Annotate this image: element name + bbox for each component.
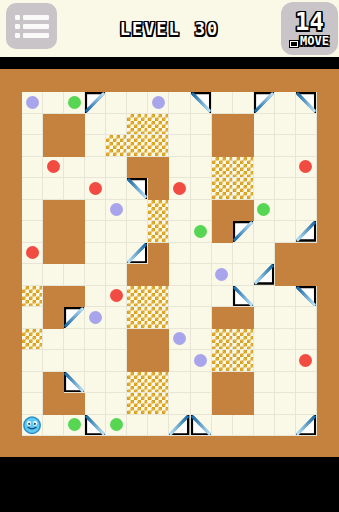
empty-cell (275, 200, 296, 222)
wall-block (43, 221, 64, 243)
wall-block (64, 114, 85, 136)
empty-cell (106, 350, 127, 372)
empty-cell (233, 243, 254, 265)
empty-cell (22, 372, 43, 394)
red-dot (296, 157, 317, 179)
ramp-triangle-ne (191, 92, 212, 114)
empty-cell (85, 200, 106, 222)
empty-cell (275, 286, 296, 308)
ramp-triangle-ne (296, 92, 317, 114)
gold-checker-tile (127, 307, 148, 329)
empty-cell (43, 415, 64, 437)
empty-cell (85, 286, 106, 308)
gold-checker-tile (148, 114, 169, 136)
gold-checker-tile (233, 157, 254, 179)
empty-cell (275, 114, 296, 136)
empty-cell (22, 135, 43, 157)
ramp-triangle-nw (233, 221, 254, 243)
red-dot (169, 178, 190, 200)
ramp-triangle-sw (233, 286, 254, 308)
empty-cell (254, 157, 275, 179)
empty-cell (233, 415, 254, 437)
purple-dot (22, 92, 43, 114)
empty-cell (106, 264, 127, 286)
wall-block (233, 393, 254, 415)
gold-checker-tile (148, 135, 169, 157)
empty-cell (127, 200, 148, 222)
empty-cell (212, 92, 233, 114)
empty-cell (43, 264, 64, 286)
empty-cell (22, 307, 43, 329)
empty-cell (191, 135, 212, 157)
green-dot (64, 92, 85, 114)
green-dot (191, 221, 212, 243)
ramp-triangle-ne (127, 178, 148, 200)
empty-cell (191, 307, 212, 329)
empty-cell (106, 307, 127, 329)
empty-cell (254, 243, 275, 265)
wall-block (212, 200, 233, 222)
empty-cell (296, 135, 317, 157)
empty-cell (254, 135, 275, 157)
board-backdrop (0, 69, 339, 457)
purple-dot (152, 96, 165, 109)
purple-dot (173, 332, 186, 345)
empty-cell (212, 243, 233, 265)
red-dot (26, 246, 39, 259)
empty-cell (275, 372, 296, 394)
empty-cell (275, 350, 296, 372)
ramp-triangle-nw (64, 307, 85, 329)
empty-cell (22, 264, 43, 286)
gold-checker-tile (233, 329, 254, 351)
empty-cell (254, 286, 275, 308)
wall-block (43, 114, 64, 136)
empty-cell (106, 243, 127, 265)
wall-block (43, 243, 64, 265)
wall-block (64, 135, 85, 157)
empty-cell (22, 221, 43, 243)
empty-cell (233, 264, 254, 286)
empty-cell (254, 114, 275, 136)
empty-cell (254, 329, 275, 351)
empty-cell (169, 307, 190, 329)
empty-cell (191, 243, 212, 265)
wall-block (43, 286, 64, 308)
wall-block (296, 243, 317, 265)
empty-cell (85, 221, 106, 243)
purple-dot (106, 200, 127, 222)
empty-cell (275, 393, 296, 415)
empty-cell (169, 372, 190, 394)
gold-checker-tile (127, 135, 148, 157)
red-dot (43, 157, 64, 179)
green-dot (254, 200, 275, 222)
empty-cell (169, 264, 190, 286)
ramp-triangle-ne (296, 286, 317, 308)
wall-block (64, 200, 85, 222)
gold-checker-tile (212, 178, 233, 200)
red-dot (299, 160, 312, 173)
empty-cell (64, 350, 85, 372)
empty-cell (106, 178, 127, 200)
empty-cell (64, 157, 85, 179)
empty-cell (85, 329, 106, 351)
wall-block (148, 157, 169, 179)
empty-cell (43, 92, 64, 114)
move-counter: 14 MOVE (281, 2, 338, 55)
gold-checker-tile (127, 393, 148, 415)
empty-cell (106, 114, 127, 136)
wall-block (233, 114, 254, 136)
empty-cell (233, 92, 254, 114)
empty-cell (191, 329, 212, 351)
empty-cell (169, 221, 190, 243)
wall-block (148, 264, 169, 286)
wall-block (64, 243, 85, 265)
wall-block (212, 221, 233, 243)
purple-dot (89, 311, 102, 324)
empty-cell (22, 393, 43, 415)
red-dot (296, 350, 317, 372)
green-dot (257, 203, 270, 216)
empty-cell (106, 221, 127, 243)
ramp-triangle-nw (85, 92, 106, 114)
level-label: LEVEL (120, 19, 181, 39)
empty-cell (191, 114, 212, 136)
game-screen: LEVEL 30 14 MOVE (0, 0, 339, 512)
empty-cell (254, 350, 275, 372)
empty-cell (254, 415, 275, 437)
wall-block (43, 372, 64, 394)
wall-block (296, 264, 317, 286)
purple-dot (26, 96, 39, 109)
ramp-triangle-se (169, 415, 190, 437)
gold-checker-tile (212, 329, 233, 351)
green-dot (64, 415, 85, 437)
empty-cell (275, 221, 296, 243)
empty-cell (191, 372, 212, 394)
moves-label: MOVE (300, 35, 329, 48)
empty-cell (191, 200, 212, 222)
empty-cell (85, 350, 106, 372)
gold-checker-tile (148, 200, 169, 222)
empty-cell (254, 307, 275, 329)
empty-cell (191, 264, 212, 286)
green-dot (106, 415, 127, 437)
ramp-triangle-se (127, 243, 148, 265)
empty-cell (212, 415, 233, 437)
green-dot (68, 96, 81, 109)
empty-cell (106, 372, 127, 394)
empty-cell (43, 178, 64, 200)
empty-cell (275, 178, 296, 200)
empty-cell (275, 307, 296, 329)
gold-checker-tile (106, 135, 127, 157)
red-dot (89, 182, 102, 195)
gold-checker-tile (233, 178, 254, 200)
wall-block (233, 307, 254, 329)
empty-cell (169, 157, 190, 179)
empty-cell (169, 350, 190, 372)
game-board[interactable] (22, 92, 317, 436)
empty-cell (106, 329, 127, 351)
wall-block (148, 178, 169, 200)
empty-cell (85, 393, 106, 415)
empty-cell (169, 114, 190, 136)
player-ball[interactable] (22, 415, 43, 437)
wall-block (233, 200, 254, 222)
empty-cell (22, 350, 43, 372)
gold-checker-tile (233, 350, 254, 372)
wall-block (64, 393, 85, 415)
empty-cell (85, 157, 106, 179)
red-dot (85, 178, 106, 200)
wall-block (43, 200, 64, 222)
empty-cell (296, 178, 317, 200)
wall-block (212, 307, 233, 329)
empty-cell (85, 243, 106, 265)
empty-cell (127, 221, 148, 243)
wall-block (43, 393, 64, 415)
green-dot (110, 418, 123, 431)
empty-cell (169, 92, 190, 114)
green-dot (194, 225, 207, 238)
red-dot (22, 243, 43, 265)
wall-block (148, 350, 169, 372)
wall-block (275, 243, 296, 265)
ramp-triangle-sw (191, 415, 212, 437)
empty-cell (127, 415, 148, 437)
wall-block (127, 264, 148, 286)
empty-cell (106, 393, 127, 415)
ramp-triangle-se (254, 264, 275, 286)
empty-cell (169, 286, 190, 308)
empty-cell (64, 329, 85, 351)
wall-block (212, 114, 233, 136)
gold-checker-tile (148, 307, 169, 329)
red-dot (173, 182, 186, 195)
gold-checker-tile (22, 329, 43, 351)
empty-cell (85, 135, 106, 157)
empty-cell (169, 135, 190, 157)
empty-cell (106, 157, 127, 179)
wall-block (233, 135, 254, 157)
wall-block (233, 372, 254, 394)
empty-cell (212, 286, 233, 308)
red-dot (110, 289, 123, 302)
empty-cell (127, 92, 148, 114)
gold-checker-tile (148, 286, 169, 308)
empty-cell (296, 372, 317, 394)
empty-cell (85, 372, 106, 394)
empty-cell (148, 415, 169, 437)
empty-cell (275, 329, 296, 351)
empty-cell (169, 393, 190, 415)
empty-cell (296, 329, 317, 351)
empty-cell (85, 264, 106, 286)
wall-block (64, 286, 85, 308)
empty-cell (64, 178, 85, 200)
gold-checker-tile (148, 372, 169, 394)
empty-cell (191, 178, 212, 200)
empty-cell (296, 200, 317, 222)
header-bar: LEVEL 30 14 MOVE (0, 0, 339, 57)
empty-cell (296, 114, 317, 136)
empty-cell (106, 92, 127, 114)
wall-block (127, 350, 148, 372)
wall-block (43, 307, 64, 329)
empty-cell (43, 350, 64, 372)
empty-cell (169, 243, 190, 265)
wall-block (64, 221, 85, 243)
gold-checker-tile (22, 286, 43, 308)
purple-dot (194, 354, 207, 367)
wall-block (212, 393, 233, 415)
purple-dot (191, 350, 212, 372)
empty-cell (43, 329, 64, 351)
empty-cell (254, 393, 275, 415)
empty-cell (275, 92, 296, 114)
empty-cell (296, 307, 317, 329)
empty-cell (22, 178, 43, 200)
gold-checker-tile (148, 221, 169, 243)
empty-cell (254, 372, 275, 394)
gold-checker-tile (127, 114, 148, 136)
empty-cell (191, 393, 212, 415)
red-dot (106, 286, 127, 308)
wall-block (43, 135, 64, 157)
moves-remaining: 14 (295, 10, 324, 34)
empty-cell (85, 114, 106, 136)
empty-cell (254, 178, 275, 200)
gold-checker-tile (127, 286, 148, 308)
empty-cell (296, 393, 317, 415)
empty-cell (275, 135, 296, 157)
ramp-triangle-nw (254, 92, 275, 114)
purple-dot (169, 329, 190, 351)
bottom-bar (0, 457, 339, 512)
empty-cell (191, 286, 212, 308)
empty-cell (191, 157, 212, 179)
purple-dot (148, 92, 169, 114)
gold-checker-tile (127, 372, 148, 394)
empty-cell (275, 415, 296, 437)
ramp-triangle-sw (64, 372, 85, 394)
empty-cell (275, 157, 296, 179)
ramp-triangle-sw (85, 415, 106, 437)
move-dash-icon (290, 41, 298, 47)
red-dot (47, 160, 60, 173)
empty-cell (64, 264, 85, 286)
ramp-triangle-se (296, 415, 317, 437)
gold-checker-tile (212, 350, 233, 372)
wall-block (148, 329, 169, 351)
gold-checker-tile (148, 393, 169, 415)
purple-dot (110, 203, 123, 216)
red-dot (299, 354, 312, 367)
empty-cell (22, 157, 43, 179)
wall-block (275, 264, 296, 286)
wall-block (212, 372, 233, 394)
empty-cell (22, 200, 43, 222)
wall-block (127, 329, 148, 351)
wall-block (127, 157, 148, 179)
wall-block (212, 135, 233, 157)
empty-cell (22, 114, 43, 136)
empty-cell (254, 221, 275, 243)
green-dot (68, 418, 81, 431)
header-divider (0, 57, 339, 69)
level-number: 30 (195, 19, 219, 39)
purple-dot (212, 264, 233, 286)
wall-block (148, 243, 169, 265)
purple-dot (215, 268, 228, 281)
empty-cell (169, 200, 190, 222)
gold-checker-tile (212, 157, 233, 179)
ramp-triangle-se (296, 221, 317, 243)
purple-dot (85, 307, 106, 329)
